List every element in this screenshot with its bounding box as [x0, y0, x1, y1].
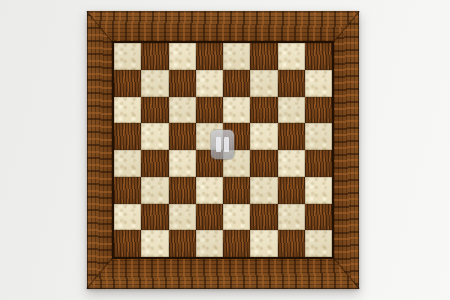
- square-g1[interactable]: [278, 230, 305, 257]
- square-h8[interactable]: [305, 43, 332, 70]
- square-d7[interactable]: [196, 70, 223, 97]
- square-e3[interactable]: [223, 177, 250, 204]
- square-d6[interactable]: [196, 97, 223, 124]
- square-c1[interactable]: [169, 230, 196, 257]
- board-frame-top: [87, 11, 359, 41]
- square-f4[interactable]: [250, 150, 277, 177]
- pause-bar-left: [216, 137, 221, 152]
- square-h5[interactable]: [305, 123, 332, 150]
- square-f7[interactable]: [250, 70, 277, 97]
- square-c5[interactable]: [169, 123, 196, 150]
- square-g3[interactable]: [278, 177, 305, 204]
- square-f2[interactable]: [250, 204, 277, 231]
- square-f5[interactable]: [250, 123, 277, 150]
- photo-background: [0, 0, 450, 300]
- square-c2[interactable]: [169, 204, 196, 231]
- square-a6[interactable]: [114, 97, 141, 124]
- square-a7[interactable]: [114, 70, 141, 97]
- square-c7[interactable]: [169, 70, 196, 97]
- square-e1[interactable]: [223, 230, 250, 257]
- square-d1[interactable]: [196, 230, 223, 257]
- square-b3[interactable]: [141, 177, 168, 204]
- square-h7[interactable]: [305, 70, 332, 97]
- square-g7[interactable]: [278, 70, 305, 97]
- square-e7[interactable]: [223, 70, 250, 97]
- square-a4[interactable]: [114, 150, 141, 177]
- square-a2[interactable]: [114, 204, 141, 231]
- chess-board[interactable]: [87, 11, 359, 289]
- square-h3[interactable]: [305, 177, 332, 204]
- square-c3[interactable]: [169, 177, 196, 204]
- board-frame-right: [334, 11, 359, 289]
- square-d2[interactable]: [196, 204, 223, 231]
- square-d3[interactable]: [196, 177, 223, 204]
- square-h1[interactable]: [305, 230, 332, 257]
- square-g6[interactable]: [278, 97, 305, 124]
- pause-icon[interactable]: [211, 130, 234, 159]
- square-a8[interactable]: [114, 43, 141, 70]
- square-g4[interactable]: [278, 150, 305, 177]
- square-h6[interactable]: [305, 97, 332, 124]
- square-e8[interactable]: [223, 43, 250, 70]
- square-f6[interactable]: [250, 97, 277, 124]
- square-f8[interactable]: [250, 43, 277, 70]
- board-frame-left: [87, 11, 112, 289]
- square-b6[interactable]: [141, 97, 168, 124]
- square-a1[interactable]: [114, 230, 141, 257]
- square-c8[interactable]: [169, 43, 196, 70]
- square-h2[interactable]: [305, 204, 332, 231]
- square-g8[interactable]: [278, 43, 305, 70]
- square-c6[interactable]: [169, 97, 196, 124]
- square-e6[interactable]: [223, 97, 250, 124]
- square-a3[interactable]: [114, 177, 141, 204]
- square-g2[interactable]: [278, 204, 305, 231]
- square-b5[interactable]: [141, 123, 168, 150]
- square-b8[interactable]: [141, 43, 168, 70]
- board-frame-bottom: [87, 259, 359, 289]
- square-f1[interactable]: [250, 230, 277, 257]
- square-h4[interactable]: [305, 150, 332, 177]
- pause-bar-right: [224, 137, 229, 152]
- square-f3[interactable]: [250, 177, 277, 204]
- square-a5[interactable]: [114, 123, 141, 150]
- square-b1[interactable]: [141, 230, 168, 257]
- square-b4[interactable]: [141, 150, 168, 177]
- square-g5[interactable]: [278, 123, 305, 150]
- square-b2[interactable]: [141, 204, 168, 231]
- square-b7[interactable]: [141, 70, 168, 97]
- square-d8[interactable]: [196, 43, 223, 70]
- square-e2[interactable]: [223, 204, 250, 231]
- square-c4[interactable]: [169, 150, 196, 177]
